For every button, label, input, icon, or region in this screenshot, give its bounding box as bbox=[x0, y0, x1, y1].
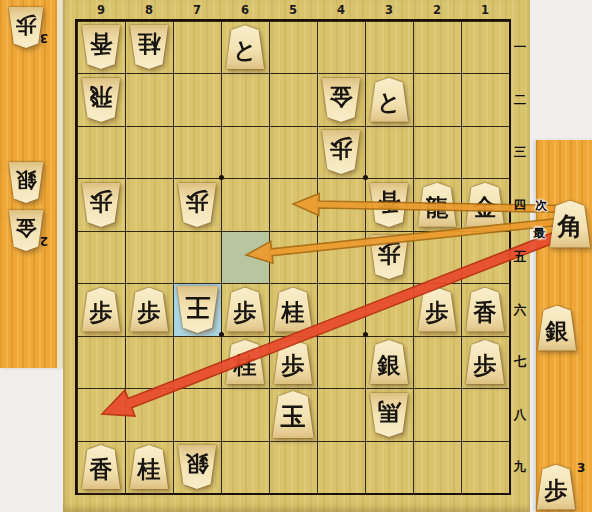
file-label-6: 6 bbox=[221, 3, 269, 18]
piece-kanji: 歩 bbox=[16, 15, 37, 40]
square-4-1[interactable] bbox=[317, 21, 365, 73]
square-5-5[interactable] bbox=[269, 231, 317, 283]
piece-body: 王 bbox=[176, 286, 219, 333]
piece-kanji: 歩 bbox=[474, 349, 497, 376]
piece-kanji: 銀 bbox=[378, 349, 401, 376]
square-2-8[interactable] bbox=[413, 388, 461, 440]
piece-kanji: 歩 bbox=[282, 349, 305, 376]
hand-gote-金[interactable]: 金 bbox=[8, 210, 44, 251]
rank-label-1: 一 bbox=[509, 39, 531, 56]
hand-gote-歩-count: 3 bbox=[40, 31, 48, 45]
square-8-2[interactable] bbox=[125, 73, 173, 125]
square-2-7[interactable] bbox=[413, 336, 461, 388]
piece-sente-歩-66[interactable]: 歩 bbox=[225, 288, 265, 332]
rank-label-9: 九 bbox=[509, 459, 531, 476]
piece-kanji: 桂 bbox=[138, 34, 161, 61]
hand-sente-銀[interactable]: 銀 bbox=[537, 306, 577, 351]
square-8-3[interactable] bbox=[125, 126, 173, 178]
piece-gote-香-34[interactable]: 香 bbox=[369, 183, 409, 227]
rank-label-3: 三 bbox=[509, 144, 531, 161]
piece-kanji: 金 bbox=[16, 218, 37, 243]
square-2-3[interactable] bbox=[413, 126, 461, 178]
hand-gote-銀[interactable]: 銀 bbox=[8, 162, 44, 203]
piece-kanji: 金 bbox=[474, 191, 497, 218]
rank-label-4: 四 bbox=[509, 197, 531, 214]
piece-body: 飛 bbox=[81, 78, 121, 122]
piece-sente-桂-67[interactable]: 桂 bbox=[225, 340, 265, 384]
square-1-5[interactable] bbox=[461, 231, 509, 283]
piece-kanji: 歩 bbox=[330, 139, 353, 166]
file-label-5: 5 bbox=[269, 3, 317, 18]
square-6-2[interactable] bbox=[221, 73, 269, 125]
piece-body: 歩 bbox=[81, 288, 121, 332]
piece-sente-と-61[interactable]: と bbox=[225, 25, 265, 69]
piece-body: 歩 bbox=[129, 288, 169, 332]
square-9-5[interactable] bbox=[77, 231, 125, 283]
piece-kanji: 歩 bbox=[90, 296, 113, 323]
piece-gote-王-76[interactable]: 王 bbox=[176, 286, 219, 333]
square-1-3[interactable] bbox=[461, 126, 509, 178]
piece-gote-香-91[interactable]: 香 bbox=[81, 25, 121, 69]
piece-body: 銀 bbox=[537, 306, 577, 351]
square-2-5[interactable] bbox=[413, 231, 461, 283]
piece-body: 金 bbox=[465, 183, 505, 227]
piece-body: 桂 bbox=[225, 340, 265, 384]
piece-body: 歩 bbox=[536, 465, 576, 510]
file-label-7: 7 bbox=[173, 3, 221, 18]
square-5-2[interactable] bbox=[269, 73, 317, 125]
square-8-4[interactable] bbox=[125, 178, 173, 230]
piece-body: 歩 bbox=[273, 340, 313, 384]
square-6-5[interactable] bbox=[221, 231, 269, 283]
piece-kanji: 歩 bbox=[138, 296, 161, 323]
piece-sente-桂-89[interactable]: 桂 bbox=[129, 445, 169, 489]
piece-sente-銀-37[interactable]: 銀 bbox=[369, 340, 409, 384]
hand-gote-金-count: 2 bbox=[40, 234, 48, 248]
piece-body: 歩 bbox=[321, 130, 361, 174]
piece-kanji: 歩 bbox=[426, 296, 449, 323]
piece-body: 銀 bbox=[177, 445, 217, 489]
square-4-4[interactable] bbox=[317, 178, 365, 230]
piece-body: 香 bbox=[81, 25, 121, 69]
piece-sente-香-99[interactable]: 香 bbox=[81, 445, 121, 489]
piece-kanji: 桂 bbox=[138, 453, 161, 480]
shogi-app: 987654321一二三四五六七八九 香桂と飛金と歩歩歩香龍金歩歩歩王歩桂歩香桂… bbox=[0, 0, 592, 512]
piece-body: 馬 bbox=[369, 393, 409, 437]
piece-kanji: 香 bbox=[90, 453, 113, 480]
piece-body: 香 bbox=[81, 445, 121, 489]
piece-body: 香 bbox=[369, 183, 409, 227]
square-6-3[interactable] bbox=[221, 126, 269, 178]
piece-kanji: と bbox=[233, 34, 257, 61]
square-5-9[interactable] bbox=[269, 441, 317, 493]
piece-kanji: 金 bbox=[330, 86, 353, 113]
piece-body: 歩 bbox=[81, 183, 121, 227]
square-1-9[interactable] bbox=[461, 441, 509, 493]
hand-sente-歩[interactable]: 歩 bbox=[536, 465, 576, 510]
piece-kanji: 飛 bbox=[90, 86, 113, 113]
piece-body: 香 bbox=[465, 288, 505, 332]
square-1-2[interactable] bbox=[461, 73, 509, 125]
piece-sente-桂-56[interactable]: 桂 bbox=[273, 288, 313, 332]
piece-sente-香-16[interactable]: 香 bbox=[465, 288, 505, 332]
piece-body: 桂 bbox=[129, 445, 169, 489]
piece-kanji: 香 bbox=[90, 34, 113, 61]
square-9-3[interactable] bbox=[77, 126, 125, 178]
square-7-3[interactable] bbox=[173, 126, 221, 178]
piece-body: 銀 bbox=[8, 162, 44, 203]
piece-sente-歩-17[interactable]: 歩 bbox=[465, 340, 505, 384]
file-label-4: 4 bbox=[317, 3, 365, 18]
hand-sente-歩-count: 3 bbox=[577, 461, 585, 475]
piece-body: と bbox=[369, 78, 409, 122]
rank-label-5: 五 bbox=[509, 249, 531, 266]
square-1-1[interactable] bbox=[461, 21, 509, 73]
arrow-label-次: 次 bbox=[535, 197, 547, 214]
piece-kanji: 歩 bbox=[234, 296, 257, 323]
square-9-7[interactable] bbox=[77, 336, 125, 388]
piece-body: 歩 bbox=[8, 7, 44, 48]
square-4-6[interactable] bbox=[317, 283, 365, 335]
file-label-1: 1 bbox=[461, 3, 509, 18]
square-2-2[interactable] bbox=[413, 73, 461, 125]
piece-sente-歩-96[interactable]: 歩 bbox=[81, 288, 121, 332]
piece-gote-桂-81[interactable]: 桂 bbox=[129, 25, 169, 69]
square-2-9[interactable] bbox=[413, 441, 461, 493]
rank-label-8: 八 bbox=[509, 407, 531, 424]
piece-gote-歩-43[interactable]: 歩 bbox=[321, 130, 361, 174]
square-4-8[interactable] bbox=[317, 388, 365, 440]
piece-kanji: 龍 bbox=[426, 191, 449, 218]
square-6-8[interactable] bbox=[221, 388, 269, 440]
piece-kanji: 桂 bbox=[282, 296, 305, 323]
piece-gote-歩-35[interactable]: 歩 bbox=[369, 235, 409, 279]
piece-sente-玉-58[interactable]: 玉 bbox=[272, 391, 315, 438]
piece-body: 龍 bbox=[417, 183, 457, 227]
square-8-7[interactable] bbox=[125, 336, 173, 388]
piece-kanji: 銀 bbox=[186, 453, 209, 480]
rank-label-6: 六 bbox=[509, 302, 531, 319]
rank-label-7: 七 bbox=[509, 354, 531, 371]
square-3-1[interactable] bbox=[365, 21, 413, 73]
square-9-8[interactable] bbox=[77, 388, 125, 440]
square-6-4[interactable] bbox=[221, 178, 269, 230]
piece-body: 桂 bbox=[273, 288, 313, 332]
piece-body: 歩 bbox=[465, 340, 505, 384]
square-8-8[interactable] bbox=[125, 388, 173, 440]
file-label-3: 3 bbox=[365, 3, 413, 18]
piece-body: 銀 bbox=[369, 340, 409, 384]
hand-sente-角[interactable]: 角 bbox=[549, 201, 591, 248]
piece-sente-金-14[interactable]: 金 bbox=[465, 183, 505, 227]
rank-label-2: 二 bbox=[509, 92, 531, 109]
square-4-7[interactable] bbox=[317, 336, 365, 388]
piece-gote-飛-92[interactable]: 飛 bbox=[81, 78, 121, 122]
piece-gote-馬-38[interactable]: 馬 bbox=[369, 393, 409, 437]
square-7-2[interactable] bbox=[173, 73, 221, 125]
square-2-1[interactable] bbox=[413, 21, 461, 73]
square-7-5[interactable] bbox=[173, 231, 221, 283]
piece-kanji: 歩 bbox=[545, 474, 568, 501]
piece-kanji: 歩 bbox=[378, 244, 401, 271]
piece-body: 桂 bbox=[129, 25, 169, 69]
piece-kanji: 王 bbox=[185, 295, 210, 324]
piece-kanji: 玉 bbox=[281, 400, 306, 429]
piece-sente-と-32[interactable]: と bbox=[369, 78, 409, 122]
piece-gote-歩-94[interactable]: 歩 bbox=[81, 183, 121, 227]
square-8-5[interactable] bbox=[125, 231, 173, 283]
piece-kanji: 香 bbox=[474, 296, 497, 323]
piece-body: 金 bbox=[321, 78, 361, 122]
piece-kanji: 銀 bbox=[546, 315, 569, 342]
piece-gote-銀-79[interactable]: 銀 bbox=[177, 445, 217, 489]
piece-body: 歩 bbox=[225, 288, 265, 332]
piece-kanji: 香 bbox=[378, 191, 401, 218]
file-label-2: 2 bbox=[413, 3, 461, 18]
hand-gote-歩[interactable]: 歩 bbox=[8, 7, 44, 48]
piece-sente-歩-57[interactable]: 歩 bbox=[273, 340, 313, 384]
file-label-8: 8 bbox=[125, 3, 173, 18]
square-1-8[interactable] bbox=[461, 388, 509, 440]
square-6-9[interactable] bbox=[221, 441, 269, 493]
square-7-8[interactable] bbox=[173, 388, 221, 440]
piece-kanji: 歩 bbox=[90, 191, 113, 218]
piece-body: と bbox=[225, 25, 265, 69]
square-5-1[interactable] bbox=[269, 21, 317, 73]
square-7-7[interactable] bbox=[173, 336, 221, 388]
piece-body: 歩 bbox=[369, 235, 409, 279]
square-4-5[interactable] bbox=[317, 231, 365, 283]
piece-body: 歩 bbox=[177, 183, 217, 227]
piece-kanji: 馬 bbox=[378, 401, 401, 428]
piece-body: 歩 bbox=[417, 288, 457, 332]
piece-kanji: 角 bbox=[558, 210, 583, 239]
square-4-9[interactable] bbox=[317, 441, 365, 493]
piece-sente-歩-26[interactable]: 歩 bbox=[417, 288, 457, 332]
square-3-3[interactable] bbox=[365, 126, 413, 178]
piece-kanji: 桂 bbox=[234, 349, 257, 376]
piece-gote-歩-74[interactable]: 歩 bbox=[177, 183, 217, 227]
piece-kanji: 歩 bbox=[186, 191, 209, 218]
square-3-9[interactable] bbox=[365, 441, 413, 493]
piece-gote-金-42[interactable]: 金 bbox=[321, 78, 361, 122]
square-5-4[interactable] bbox=[269, 178, 317, 230]
piece-body: 玉 bbox=[272, 391, 315, 438]
piece-body: 金 bbox=[8, 210, 44, 251]
square-3-6[interactable] bbox=[365, 283, 413, 335]
piece-sente-龍-24[interactable]: 龍 bbox=[417, 183, 457, 227]
piece-kanji: 銀 bbox=[16, 170, 37, 195]
piece-kanji: と bbox=[377, 86, 401, 113]
square-7-1[interactable] bbox=[173, 21, 221, 73]
arrow-label-最: 最 bbox=[533, 225, 545, 242]
file-label-9: 9 bbox=[77, 3, 125, 18]
piece-body: 角 bbox=[549, 201, 591, 248]
piece-sente-歩-86[interactable]: 歩 bbox=[129, 288, 169, 332]
square-5-3[interactable] bbox=[269, 126, 317, 178]
